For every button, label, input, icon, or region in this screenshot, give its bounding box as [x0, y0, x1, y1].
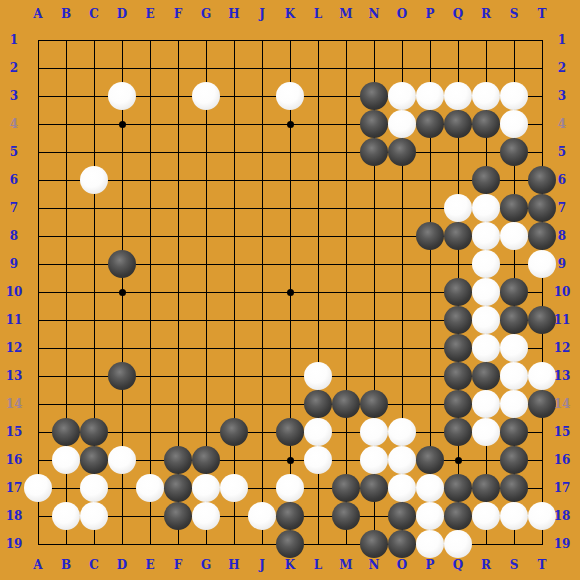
stone-black-K15: [276, 418, 304, 446]
row-label-right-15: 15: [549, 425, 575, 439]
row-label-left-10: 10: [1, 285, 27, 299]
col-label-top-A: A: [24, 7, 52, 21]
stone-white-R8: [472, 222, 500, 250]
col-label-top-T: T: [528, 7, 556, 21]
stone-white-R15: [472, 418, 500, 446]
star-point-K16: [287, 457, 294, 464]
col-label-bottom-S: S: [500, 558, 528, 572]
stone-white-B18: [52, 502, 80, 530]
row-label-right-18: 18: [549, 509, 575, 523]
col-label-bottom-H: H: [220, 558, 248, 572]
stone-white-S13: [500, 362, 528, 390]
col-label-bottom-B: B: [52, 558, 80, 572]
stone-white-N15: [360, 418, 388, 446]
row-label-left-2: 2: [1, 61, 27, 75]
stone-white-K17: [276, 474, 304, 502]
stone-white-P18: [416, 502, 444, 530]
row-label-right-17: 17: [549, 481, 575, 495]
col-label-top-E: E: [136, 7, 164, 21]
col-label-top-D: D: [108, 7, 136, 21]
stone-white-R9: [472, 250, 500, 278]
stone-black-S7: [500, 194, 528, 222]
col-label-top-H: H: [220, 7, 248, 21]
row-label-left-12: 12: [1, 341, 27, 355]
stone-black-O5: [388, 138, 416, 166]
star-point-D10: [119, 289, 126, 296]
stone-black-D9: [108, 250, 136, 278]
stone-white-S18: [500, 502, 528, 530]
stone-white-H17: [220, 474, 248, 502]
col-label-bottom-M: M: [332, 558, 360, 572]
col-label-top-M: M: [332, 7, 360, 21]
col-label-top-R: R: [472, 7, 500, 21]
go-board: AABBCCDDEEFFGGHHJJKKLLMMNNOOPPQQRRSSTT11…: [0, 0, 580, 580]
col-label-top-C: C: [80, 7, 108, 21]
stone-white-R14: [472, 390, 500, 418]
row-label-right-14: 14: [549, 397, 575, 411]
col-label-bottom-N: N: [360, 558, 388, 572]
row-label-right-7: 7: [549, 201, 575, 215]
col-label-bottom-D: D: [108, 558, 136, 572]
stone-white-P3: [416, 82, 444, 110]
row-label-right-10: 10: [549, 285, 575, 299]
row-label-left-6: 6: [1, 173, 27, 187]
stone-black-M17: [332, 474, 360, 502]
stone-white-P17: [416, 474, 444, 502]
col-label-bottom-A: A: [24, 558, 52, 572]
col-label-top-F: F: [164, 7, 192, 21]
row-label-right-2: 2: [549, 61, 575, 75]
stone-white-Q19: [444, 530, 472, 558]
stone-black-N5: [360, 138, 388, 166]
col-label-bottom-R: R: [472, 558, 500, 572]
row-label-left-19: 19: [1, 537, 27, 551]
stone-black-R4: [472, 110, 500, 138]
stone-white-R11: [472, 306, 500, 334]
stone-white-P19: [416, 530, 444, 558]
stone-black-L14: [304, 390, 332, 418]
col-label-bottom-J: J: [248, 558, 276, 572]
stone-black-S11: [500, 306, 528, 334]
stone-black-D13: [108, 362, 136, 390]
stone-white-E17: [136, 474, 164, 502]
row-label-right-6: 6: [549, 173, 575, 187]
stone-black-K19: [276, 530, 304, 558]
stone-white-R10: [472, 278, 500, 306]
stone-white-O4: [388, 110, 416, 138]
stone-white-R18: [472, 502, 500, 530]
stone-white-L13: [304, 362, 332, 390]
stone-black-S15: [500, 418, 528, 446]
stone-white-S8: [500, 222, 528, 250]
stone-white-O16: [388, 446, 416, 474]
stone-black-S5: [500, 138, 528, 166]
stone-white-R7: [472, 194, 500, 222]
row-label-left-5: 5: [1, 145, 27, 159]
stone-white-S3: [500, 82, 528, 110]
stone-black-Q10: [444, 278, 472, 306]
row-label-left-15: 15: [1, 425, 27, 439]
row-label-right-16: 16: [549, 453, 575, 467]
stone-black-N4: [360, 110, 388, 138]
stone-black-Q15: [444, 418, 472, 446]
row-label-right-9: 9: [549, 257, 575, 271]
col-label-top-L: L: [304, 7, 332, 21]
stone-white-Q3: [444, 82, 472, 110]
col-label-bottom-T: T: [528, 558, 556, 572]
stone-white-L15: [304, 418, 332, 446]
stone-black-F18: [164, 502, 192, 530]
stone-black-P8: [416, 222, 444, 250]
stone-black-C16: [80, 446, 108, 474]
stone-black-B15: [52, 418, 80, 446]
row-label-left-17: 17: [1, 481, 27, 495]
col-label-bottom-G: G: [192, 558, 220, 572]
stone-white-O3: [388, 82, 416, 110]
stone-black-H15: [220, 418, 248, 446]
col-label-bottom-E: E: [136, 558, 164, 572]
stone-white-R3: [472, 82, 500, 110]
col-label-top-K: K: [276, 7, 304, 21]
stone-black-R17: [472, 474, 500, 502]
row-label-left-8: 8: [1, 229, 27, 243]
row-label-right-1: 1: [549, 33, 575, 47]
stone-white-G17: [192, 474, 220, 502]
row-label-left-9: 9: [1, 257, 27, 271]
row-label-right-5: 5: [549, 145, 575, 159]
row-label-right-19: 19: [549, 537, 575, 551]
stone-black-Q13: [444, 362, 472, 390]
stone-white-O15: [388, 418, 416, 446]
stone-black-Q12: [444, 334, 472, 362]
stone-black-R6: [472, 166, 500, 194]
stone-white-G3: [192, 82, 220, 110]
stone-black-G16: [192, 446, 220, 474]
star-point-K10: [287, 289, 294, 296]
col-label-top-O: O: [388, 7, 416, 21]
stone-white-Q7: [444, 194, 472, 222]
stone-black-S16: [500, 446, 528, 474]
col-label-bottom-F: F: [164, 558, 192, 572]
row-label-left-18: 18: [1, 509, 27, 523]
col-label-bottom-L: L: [304, 558, 332, 572]
stone-white-B16: [52, 446, 80, 474]
stone-black-M14: [332, 390, 360, 418]
stone-black-N14: [360, 390, 388, 418]
stone-black-C15: [80, 418, 108, 446]
stone-white-N16: [360, 446, 388, 474]
row-label-right-8: 8: [549, 229, 575, 243]
stone-white-S4: [500, 110, 528, 138]
stone-white-C18: [80, 502, 108, 530]
col-label-bottom-P: P: [416, 558, 444, 572]
board-grid[interactable]: [38, 40, 543, 545]
row-label-left-14: 14: [1, 397, 27, 411]
row-label-left-11: 11: [1, 313, 27, 327]
stone-black-S17: [500, 474, 528, 502]
stone-white-J18: [248, 502, 276, 530]
stone-black-M18: [332, 502, 360, 530]
col-label-bottom-Q: Q: [444, 558, 472, 572]
stone-white-C17: [80, 474, 108, 502]
stone-black-N19: [360, 530, 388, 558]
stone-white-D3: [108, 82, 136, 110]
grid-line-vertical: [346, 40, 347, 545]
stone-black-Q11: [444, 306, 472, 334]
stone-black-K18: [276, 502, 304, 530]
stone-black-O18: [388, 502, 416, 530]
stone-white-S12: [500, 334, 528, 362]
stone-black-N17: [360, 474, 388, 502]
row-label-right-3: 3: [549, 89, 575, 103]
col-label-top-J: J: [248, 7, 276, 21]
col-label-top-P: P: [416, 7, 444, 21]
stone-white-O17: [388, 474, 416, 502]
col-label-top-Q: Q: [444, 7, 472, 21]
stone-black-P4: [416, 110, 444, 138]
row-label-left-7: 7: [1, 201, 27, 215]
col-label-top-N: N: [360, 7, 388, 21]
star-point-Q16: [455, 457, 462, 464]
stone-black-Q17: [444, 474, 472, 502]
row-label-right-12: 12: [549, 341, 575, 355]
col-label-bottom-O: O: [388, 558, 416, 572]
row-label-left-16: 16: [1, 453, 27, 467]
star-point-D4: [119, 121, 126, 128]
row-label-right-13: 13: [549, 369, 575, 383]
stone-white-S14: [500, 390, 528, 418]
row-label-right-11: 11: [549, 313, 575, 327]
stone-black-S10: [500, 278, 528, 306]
stone-black-Q4: [444, 110, 472, 138]
stone-white-G18: [192, 502, 220, 530]
stone-black-R13: [472, 362, 500, 390]
row-label-right-4: 4: [549, 117, 575, 131]
stone-black-Q14: [444, 390, 472, 418]
star-point-K4: [287, 121, 294, 128]
stone-white-D16: [108, 446, 136, 474]
stone-white-R12: [472, 334, 500, 362]
stone-black-P16: [416, 446, 444, 474]
stone-white-A17: [24, 474, 52, 502]
col-label-top-B: B: [52, 7, 80, 21]
stone-black-O19: [388, 530, 416, 558]
stone-black-F16: [164, 446, 192, 474]
stone-white-K3: [276, 82, 304, 110]
stone-black-N3: [360, 82, 388, 110]
row-label-left-3: 3: [1, 89, 27, 103]
col-label-bottom-K: K: [276, 558, 304, 572]
row-label-left-13: 13: [1, 369, 27, 383]
stone-white-C6: [80, 166, 108, 194]
col-label-bottom-C: C: [80, 558, 108, 572]
row-label-left-4: 4: [1, 117, 27, 131]
stone-black-F17: [164, 474, 192, 502]
col-label-top-G: G: [192, 7, 220, 21]
grid-line-vertical: [542, 40, 543, 545]
col-label-top-S: S: [500, 7, 528, 21]
stone-black-Q18: [444, 502, 472, 530]
stone-black-Q8: [444, 222, 472, 250]
row-label-left-1: 1: [1, 33, 27, 47]
stone-white-L16: [304, 446, 332, 474]
